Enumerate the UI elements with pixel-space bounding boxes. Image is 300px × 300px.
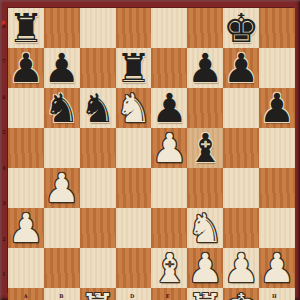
square-a6[interactable] [8,88,44,128]
rank-label-4: 4 [0,150,8,186]
file-label-a: A [8,292,44,300]
square-a8[interactable]: ♜ [8,8,44,48]
black-pawn[interactable]: ♟ [151,88,187,128]
white-pawn[interactable]: ♟ [259,248,295,288]
square-c8[interactable] [80,8,116,48]
square-e4[interactable] [151,168,187,208]
rank-label-5: 5 [0,115,8,151]
white-knight[interactable]: ♞ [187,208,223,248]
square-b3[interactable] [44,208,80,248]
square-g8[interactable]: ♚ [223,8,259,48]
square-h7[interactable] [259,48,295,88]
black-rook[interactable]: ♜ [8,8,44,48]
square-e7[interactable] [151,48,187,88]
square-f4[interactable] [187,168,223,208]
black-pawn[interactable]: ♟ [223,48,259,88]
white-pawn[interactable]: ♟ [223,248,259,288]
square-f6[interactable] [187,88,223,128]
square-f8[interactable] [187,8,223,48]
square-b8[interactable] [44,8,80,48]
black-bishop[interactable]: ♝ [187,128,223,168]
rank-label-2: 2 [0,221,8,257]
white-bishop[interactable]: ♝ [151,248,187,288]
square-b6[interactable]: ♞ [44,88,80,128]
square-f3[interactable]: ♞ [187,208,223,248]
rank-label-8: 8 [0,8,8,44]
square-h3[interactable] [259,208,295,248]
square-h8[interactable] [259,8,295,48]
square-e2[interactable]: ♝ [151,248,187,288]
black-pawn[interactable]: ♟ [187,48,223,88]
square-a4[interactable] [8,168,44,208]
square-a5[interactable] [8,128,44,168]
black-pawn[interactable]: ♟ [8,48,44,88]
file-label-f: F [186,292,222,300]
square-g3[interactable] [223,208,259,248]
rank-label-1: 1 [0,257,8,293]
file-label-d: D [115,292,151,300]
square-b4[interactable]: ♟ [44,168,80,208]
square-f5[interactable]: ♝ [187,128,223,168]
file-label-b: B [44,292,80,300]
file-label-e: E [150,292,186,300]
square-c7[interactable] [80,48,116,88]
rank-label-3: 3 [0,186,8,222]
square-g4[interactable] [223,168,259,208]
square-e6[interactable]: ♟ [151,88,187,128]
square-g2[interactable]: ♟ [223,248,259,288]
black-knight[interactable]: ♞ [44,88,80,128]
square-a3[interactable]: ♟ [8,208,44,248]
black-knight[interactable]: ♞ [80,88,116,128]
square-c6[interactable]: ♞ [80,88,116,128]
white-pawn[interactable]: ♟ [44,168,80,208]
black-king[interactable]: ♚ [223,8,259,48]
black-pawn[interactable]: ♟ [44,48,80,88]
square-b5[interactable] [44,128,80,168]
square-c5[interactable] [80,128,116,168]
chess-diagram: ♜♚♟♟♜♟♟♞♞♞♟♟♟♝♟♟♞♝♟♟♟♜♜♚ 87654321ABCDEFG… [0,0,300,300]
square-d4[interactable] [116,168,152,208]
square-d6[interactable]: ♞ [116,88,152,128]
board-frame: ♜♚♟♟♜♟♟♞♞♞♟♟♟♝♟♟♞♝♟♟♟♜♜♚ 87654321ABCDEFG… [0,0,300,300]
square-h2[interactable]: ♟ [259,248,295,288]
square-d8[interactable] [116,8,152,48]
black-rook[interactable]: ♜ [116,48,152,88]
square-h5[interactable] [259,128,295,168]
square-b2[interactable] [44,248,80,288]
white-pawn[interactable]: ♟ [187,248,223,288]
square-h4[interactable] [259,168,295,208]
white-pawn[interactable]: ♟ [8,208,44,248]
square-f2[interactable]: ♟ [187,248,223,288]
square-c3[interactable] [80,208,116,248]
file-label-c: C [79,292,115,300]
square-d5[interactable] [116,128,152,168]
square-g6[interactable] [223,88,259,128]
square-d2[interactable] [116,248,152,288]
white-knight[interactable]: ♞ [116,88,152,128]
square-d7[interactable]: ♜ [116,48,152,88]
square-b7[interactable]: ♟ [44,48,80,88]
square-e5[interactable]: ♟ [151,128,187,168]
black-pawn[interactable]: ♟ [259,88,295,128]
square-c2[interactable] [80,248,116,288]
rank-label-6: 6 [0,79,8,115]
square-c4[interactable] [80,168,116,208]
square-a2[interactable] [8,248,44,288]
square-g5[interactable] [223,128,259,168]
square-h6[interactable]: ♟ [259,88,295,128]
white-pawn[interactable]: ♟ [151,128,187,168]
square-g7[interactable]: ♟ [223,48,259,88]
square-e8[interactable] [151,8,187,48]
file-label-h: H [257,292,293,300]
square-f7[interactable]: ♟ [187,48,223,88]
square-e3[interactable] [151,208,187,248]
square-a7[interactable]: ♟ [8,48,44,88]
chess-board: ♜♚♟♟♜♟♟♞♞♞♟♟♟♝♟♟♞♝♟♟♟♜♜♚ [8,8,292,292]
square-d3[interactable] [116,208,152,248]
file-label-g: G [221,292,257,300]
rank-label-7: 7 [0,44,8,80]
